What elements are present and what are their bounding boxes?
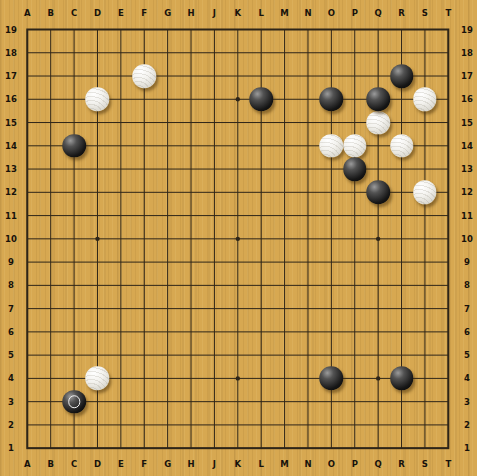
white-stone[interactable]: [343, 134, 367, 158]
black-stone[interactable]: [249, 88, 273, 112]
black-stone[interactable]: [390, 64, 414, 88]
black-stone[interactable]: [390, 367, 414, 391]
black-stone[interactable]: [366, 181, 390, 205]
white-stone[interactable]: [320, 134, 344, 158]
white-stone[interactable]: [413, 181, 437, 205]
white-stone[interactable]: [366, 111, 390, 135]
black-stone[interactable]: [343, 157, 367, 181]
black-stone[interactable]: [320, 367, 344, 391]
white-stone[interactable]: [413, 88, 437, 112]
black-stone[interactable]: [62, 134, 86, 158]
white-stone[interactable]: [86, 367, 110, 391]
black-stone[interactable]: [320, 88, 344, 112]
black-stone[interactable]: [366, 88, 390, 112]
white-stone[interactable]: [133, 64, 157, 88]
last-move-marker: [68, 395, 81, 408]
white-stone[interactable]: [390, 134, 414, 158]
black-stone[interactable]: [62, 390, 86, 414]
white-stone[interactable]: [86, 88, 110, 112]
stones-layer: [0, 0, 477, 476]
go-board[interactable]: AABBCCDDEEFFGGHHJJKKLLMMNNOOPPQQRRSSTT11…: [0, 0, 477, 476]
